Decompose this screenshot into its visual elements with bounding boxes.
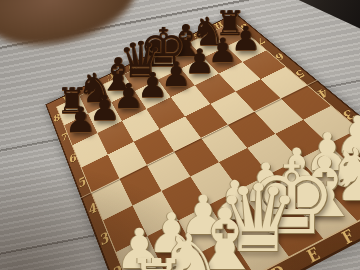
chess-set-photo: 88AA77BB66CC55DD44EE33FF22GG11HH ♜♞♝♛♚♝♞… [0,0,360,270]
white-rook[interactable]: ♜ [126,251,186,270]
black-pawn[interactable]: ♟ [65,103,96,138]
